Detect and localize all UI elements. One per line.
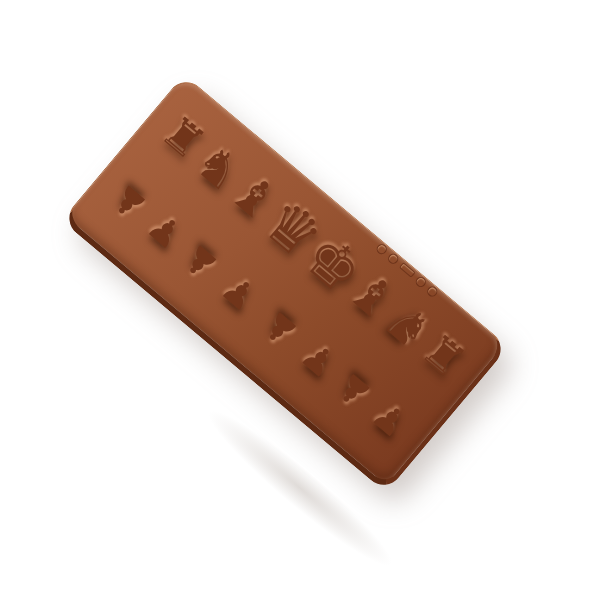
cavity-pawn-icon: ♟ (256, 304, 304, 352)
cavity-pawn-icon: ♟ (215, 269, 263, 317)
silicone-chess-mold: ♜♞♝♛♚♝♞♜♟♟♟♟♟♟♟♟ (61, 74, 509, 493)
mold-shadow-wrapper: ♜♞♝♛♚♝♞♜♟♟♟♟♟♟♟♟ (0, 0, 600, 600)
cavity-pawn-icon: ♟ (366, 396, 414, 444)
cavity-grid: ♜♞♝♛♚♝♞♜♟♟♟♟♟♟♟♟ (85, 90, 489, 467)
product-photo-scene: ♜♞♝♛♚♝♞♜♟♟♟♟♟♟♟♟ (0, 0, 600, 600)
